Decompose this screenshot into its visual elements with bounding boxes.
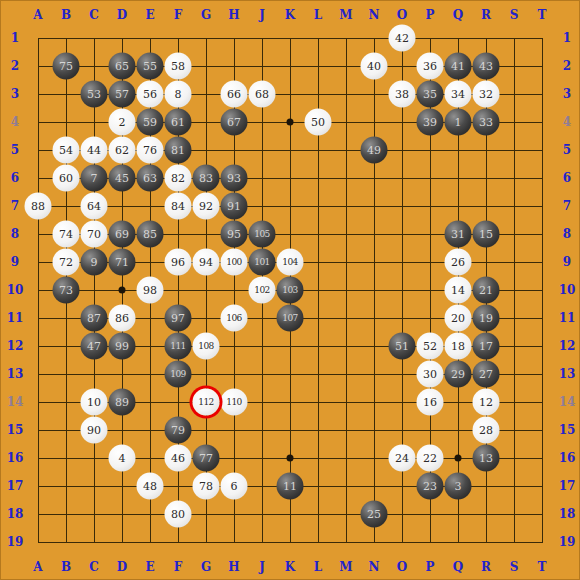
stone-black-91[interactable]: 91 <box>221 193 248 220</box>
stone-white-26[interactable]: 26 <box>445 249 472 276</box>
stone-black-1[interactable]: 1 <box>445 109 472 136</box>
stone-white-14[interactable]: 14 <box>445 277 472 304</box>
stone-black-71[interactable]: 71 <box>109 249 136 276</box>
col-label-top: C <box>89 9 99 21</box>
stone-white-6[interactable]: 6 <box>221 473 248 500</box>
stone-black-23[interactable]: 23 <box>417 473 444 500</box>
col-label-top: P <box>425 9 434 21</box>
stone-white-48[interactable]: 48 <box>137 473 164 500</box>
stone-black-25[interactable]: 25 <box>361 501 388 528</box>
stone-white-54[interactable]: 54 <box>53 137 80 164</box>
row-label-right: 15 <box>559 424 576 436</box>
row-label-left: 4 <box>11 116 19 128</box>
row-label-right: 10 <box>559 284 576 296</box>
col-label-top: K <box>285 9 295 21</box>
col-label-bottom: C <box>89 561 99 573</box>
col-label-bottom: L <box>314 561 322 573</box>
col-label-bottom: K <box>285 561 295 573</box>
stone-black-107[interactable]: 107 <box>277 305 304 332</box>
stone-white-92[interactable]: 92 <box>193 193 220 220</box>
stone-black-105[interactable]: 105 <box>249 221 276 248</box>
col-label-bottom: O <box>397 561 407 573</box>
row-label-left: 12 <box>7 340 24 352</box>
stone-white-74[interactable]: 74 <box>53 221 80 248</box>
row-label-right: 12 <box>559 340 576 352</box>
stone-white-18[interactable]: 18 <box>445 333 472 360</box>
col-label-top: E <box>145 9 154 21</box>
stone-white-38[interactable]: 38 <box>389 81 416 108</box>
row-label-left: 9 <box>11 256 19 268</box>
row-label-right: 13 <box>559 368 576 380</box>
stone-white-60[interactable]: 60 <box>53 165 80 192</box>
stone-black-27[interactable]: 27 <box>473 361 500 388</box>
row-label-right: 7 <box>563 200 571 212</box>
stone-white-80[interactable]: 80 <box>165 501 192 528</box>
stone-black-81[interactable]: 81 <box>165 137 192 164</box>
stone-black-73[interactable]: 73 <box>53 277 80 304</box>
col-label-bottom: N <box>369 561 380 573</box>
col-label-top: N <box>369 9 380 21</box>
stone-black-59[interactable]: 59 <box>137 109 164 136</box>
stone-black-57[interactable]: 57 <box>109 81 136 108</box>
stone-white-104[interactable]: 104 <box>277 249 304 276</box>
stone-white-40[interactable]: 40 <box>361 53 388 80</box>
stone-white-52[interactable]: 52 <box>417 333 444 360</box>
row-label-right: 1 <box>563 32 571 44</box>
stone-white-88[interactable]: 88 <box>25 193 52 220</box>
col-label-bottom: B <box>61 561 71 573</box>
row-label-left: 14 <box>7 396 24 408</box>
stone-white-68[interactable]: 68 <box>249 81 276 108</box>
col-label-top: D <box>117 9 127 21</box>
stone-white-58[interactable]: 58 <box>165 53 192 80</box>
col-label-top: F <box>174 9 183 21</box>
row-label-right: 17 <box>559 480 576 492</box>
row-label-left: 1 <box>11 32 19 44</box>
stone-white-72[interactable]: 72 <box>53 249 80 276</box>
row-label-left: 8 <box>11 228 19 240</box>
stone-black-51[interactable]: 51 <box>389 333 416 360</box>
col-label-bottom: E <box>145 561 154 573</box>
col-label-top: R <box>481 9 491 21</box>
row-label-right: 16 <box>559 452 576 464</box>
row-label-left: 10 <box>7 284 24 296</box>
stone-white-84[interactable]: 84 <box>165 193 192 220</box>
col-label-bottom: M <box>339 561 352 573</box>
row-label-left: 19 <box>7 536 24 548</box>
col-label-top: Q <box>453 9 463 21</box>
stone-white-102[interactable]: 102 <box>249 277 276 304</box>
stone-white-2[interactable]: 2 <box>109 109 136 136</box>
stone-black-95[interactable]: 95 <box>221 221 248 248</box>
stone-white-94[interactable]: 94 <box>193 249 220 276</box>
col-label-bottom: S <box>510 561 519 573</box>
stone-black-53[interactable]: 53 <box>81 81 108 108</box>
stone-white-64[interactable]: 64 <box>81 193 108 220</box>
stone-black-89[interactable]: 89 <box>109 389 136 416</box>
star-point <box>119 287 126 294</box>
row-label-right: 18 <box>559 508 576 520</box>
row-label-right: 11 <box>559 312 576 324</box>
stone-white-110[interactable]: 110 <box>221 389 248 416</box>
stone-white-12[interactable]: 12 <box>473 389 500 416</box>
row-label-left: 13 <box>7 368 24 380</box>
stone-black-103[interactable]: 103 <box>277 277 304 304</box>
col-label-bottom: F <box>174 561 183 573</box>
stone-black-47[interactable]: 47 <box>81 333 108 360</box>
stone-black-93[interactable]: 93 <box>221 165 248 192</box>
row-label-right: 8 <box>563 228 571 240</box>
col-label-bottom: H <box>228 561 239 573</box>
col-label-top: M <box>339 9 352 21</box>
row-label-left: 18 <box>7 508 24 520</box>
stone-black-77[interactable]: 77 <box>193 445 220 472</box>
stone-black-29[interactable]: 29 <box>445 361 472 388</box>
stone-black-111[interactable]: 111 <box>165 333 192 360</box>
col-label-top: T <box>538 9 547 21</box>
stone-white-100[interactable]: 100 <box>221 249 248 276</box>
row-label-right: 2 <box>563 60 571 72</box>
row-label-left: 3 <box>11 88 19 100</box>
stone-black-13[interactable]: 13 <box>473 445 500 472</box>
stone-white-46[interactable]: 46 <box>165 445 192 472</box>
stone-white-78[interactable]: 78 <box>193 473 220 500</box>
star-point <box>455 455 462 462</box>
stone-white-10[interactable]: 10 <box>81 389 108 416</box>
stone-white-62[interactable]: 62 <box>109 137 136 164</box>
col-label-top: S <box>510 9 519 21</box>
stone-black-11[interactable]: 11 <box>277 473 304 500</box>
col-label-bottom: R <box>481 561 491 573</box>
row-label-left: 5 <box>11 144 19 156</box>
stone-white-50[interactable]: 50 <box>305 109 332 136</box>
stone-black-43[interactable]: 43 <box>473 53 500 80</box>
stone-white-56[interactable]: 56 <box>137 81 164 108</box>
stone-black-79[interactable]: 79 <box>165 417 192 444</box>
stone-white-34[interactable]: 34 <box>445 81 472 108</box>
row-label-left: 16 <box>7 452 24 464</box>
stone-black-41[interactable]: 41 <box>445 53 472 80</box>
col-label-top: L <box>314 9 322 21</box>
col-label-bottom: A <box>33 561 42 573</box>
stone-black-3[interactable]: 3 <box>445 473 472 500</box>
col-label-top: J <box>259 9 265 21</box>
row-label-left: 7 <box>11 200 19 212</box>
stone-black-69[interactable]: 69 <box>109 221 136 248</box>
stone-black-83[interactable]: 83 <box>193 165 220 192</box>
stone-black-85[interactable]: 85 <box>137 221 164 248</box>
col-label-top: A <box>33 9 42 21</box>
stone-black-45[interactable]: 45 <box>109 165 136 192</box>
stone-white-42[interactable]: 42 <box>389 25 416 52</box>
stone-black-55[interactable]: 55 <box>137 53 164 80</box>
stone-black-49[interactable]: 49 <box>361 137 388 164</box>
stone-black-109[interactable]: 109 <box>165 361 192 388</box>
stone-black-99[interactable]: 99 <box>109 333 136 360</box>
col-label-bottom: G <box>201 561 211 573</box>
col-label-top: O <box>397 9 407 21</box>
stone-black-17[interactable]: 17 <box>473 333 500 360</box>
row-label-left: 15 <box>7 424 24 436</box>
row-label-right: 19 <box>559 536 576 548</box>
stone-white-4[interactable]: 4 <box>109 445 136 472</box>
row-label-left: 11 <box>7 312 24 324</box>
row-label-right: 6 <box>563 172 571 184</box>
stone-white-108[interactable]: 108 <box>193 333 220 360</box>
row-label-left: 2 <box>11 60 19 72</box>
stone-black-75[interactable]: 75 <box>53 53 80 80</box>
stone-black-97[interactable]: 97 <box>165 305 192 332</box>
stone-white-22[interactable]: 22 <box>417 445 444 472</box>
row-label-right: 5 <box>563 144 571 156</box>
row-label-right: 14 <box>559 396 576 408</box>
stone-black-15[interactable]: 15 <box>473 221 500 248</box>
stone-white-82[interactable]: 82 <box>165 165 192 192</box>
stone-black-101[interactable]: 101 <box>249 249 276 276</box>
row-label-right: 4 <box>563 116 571 128</box>
col-label-bottom: P <box>425 561 434 573</box>
stone-white-16[interactable]: 16 <box>417 389 444 416</box>
stone-black-33[interactable]: 33 <box>473 109 500 136</box>
col-label-top: H <box>228 9 239 21</box>
stone-black-19[interactable]: 19 <box>473 305 500 332</box>
row-label-right: 9 <box>563 256 571 268</box>
stone-black-63[interactable]: 63 <box>137 165 164 192</box>
stone-white-98[interactable]: 98 <box>137 277 164 304</box>
stone-black-67[interactable]: 67 <box>221 109 248 136</box>
row-label-left: 6 <box>11 172 19 184</box>
stone-white-96[interactable]: 96 <box>165 249 192 276</box>
stone-white-32[interactable]: 32 <box>473 81 500 108</box>
col-label-bottom: T <box>538 561 547 573</box>
row-label-left: 17 <box>7 480 24 492</box>
stone-black-65[interactable]: 65 <box>109 53 136 80</box>
stone-white-8[interactable]: 8 <box>165 81 192 108</box>
stone-white-106[interactable]: 106 <box>221 305 248 332</box>
stone-black-39[interactable]: 39 <box>417 109 444 136</box>
stone-white-76[interactable]: 76 <box>137 137 164 164</box>
stone-white-44[interactable]: 44 <box>81 137 108 164</box>
col-label-bottom: J <box>259 561 265 573</box>
stone-white-90[interactable]: 90 <box>81 417 108 444</box>
stone-white-30[interactable]: 30 <box>417 361 444 388</box>
col-label-bottom: Q <box>453 561 463 573</box>
stone-black-31[interactable]: 31 <box>445 221 472 248</box>
col-label-bottom: D <box>117 561 127 573</box>
star-point <box>287 455 294 462</box>
go-board-diagram[interactable]: AABBCCDDEEFFGGHHJJKKLLMMNNOOPPQQRRSSTT11… <box>0 0 580 580</box>
stone-black-9[interactable]: 9 <box>81 249 108 276</box>
col-label-top: G <box>201 9 211 21</box>
stone-white-70[interactable]: 70 <box>81 221 108 248</box>
stone-white-112-last-move-red-circle[interactable]: 112 <box>193 389 220 416</box>
stone-black-7[interactable]: 7 <box>81 165 108 192</box>
stone-black-21[interactable]: 21 <box>473 277 500 304</box>
stone-black-61[interactable]: 61 <box>165 109 192 136</box>
stone-white-20[interactable]: 20 <box>445 305 472 332</box>
star-point <box>287 119 294 126</box>
stone-black-87[interactable]: 87 <box>81 305 108 332</box>
stone-white-24[interactable]: 24 <box>389 445 416 472</box>
stone-white-86[interactable]: 86 <box>109 305 136 332</box>
col-label-top: B <box>61 9 71 21</box>
stone-white-36[interactable]: 36 <box>417 53 444 80</box>
row-label-right: 3 <box>563 88 571 100</box>
stone-black-35[interactable]: 35 <box>417 81 444 108</box>
stone-white-28[interactable]: 28 <box>473 417 500 444</box>
stone-white-66[interactable]: 66 <box>221 81 248 108</box>
